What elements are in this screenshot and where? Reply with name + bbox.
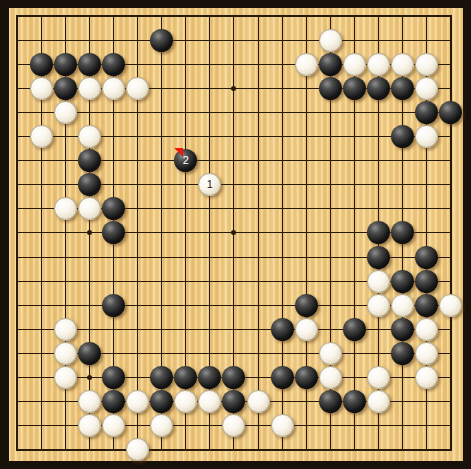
- stone-white[interactable]: [126, 438, 149, 461]
- stone-white[interactable]: [54, 342, 77, 365]
- stone-white[interactable]: [415, 53, 438, 76]
- stone-black[interactable]: [343, 390, 366, 413]
- stone-black[interactable]: [78, 342, 101, 365]
- last-move-marker-icon: [174, 148, 183, 157]
- stone-black[interactable]: [319, 390, 342, 413]
- stone-black[interactable]: [391, 270, 414, 293]
- stone-black[interactable]: [54, 53, 77, 76]
- stone-black[interactable]: [78, 53, 101, 76]
- stone-white[interactable]: [30, 77, 53, 100]
- stone-black[interactable]: [415, 294, 438, 317]
- stone-white[interactable]: [295, 53, 318, 76]
- stone-black[interactable]: [319, 53, 342, 76]
- goban[interactable]: 21: [9, 8, 463, 461]
- stone-white[interactable]: [102, 77, 125, 100]
- stone-white[interactable]: [319, 29, 342, 52]
- stone-white[interactable]: [54, 101, 77, 124]
- stone-white[interactable]: [367, 53, 390, 76]
- stone-white[interactable]: [391, 53, 414, 76]
- stone-white[interactable]: [271, 414, 294, 437]
- stone-black[interactable]: [391, 125, 414, 148]
- stone-white[interactable]: [126, 77, 149, 100]
- stone-black[interactable]: [367, 77, 390, 100]
- stone-black[interactable]: [391, 318, 414, 341]
- stone-white[interactable]: [54, 197, 77, 220]
- stone-black[interactable]: [367, 246, 390, 269]
- stone-white[interactable]: [415, 77, 438, 100]
- stone-white[interactable]: [247, 390, 270, 413]
- stone-white[interactable]: [319, 342, 342, 365]
- stone-black[interactable]: [102, 294, 125, 317]
- stone-white[interactable]: [78, 197, 101, 220]
- stone-black[interactable]: [150, 29, 173, 52]
- stone-black[interactable]: [343, 318, 366, 341]
- stone-black[interactable]: [415, 246, 438, 269]
- stone-white[interactable]: [367, 294, 390, 317]
- stone-black[interactable]: [439, 101, 462, 124]
- stone-white[interactable]: [415, 318, 438, 341]
- stone-black[interactable]: [343, 77, 366, 100]
- stone-white[interactable]: [415, 342, 438, 365]
- stone-white[interactable]: [319, 366, 342, 389]
- stone-white[interactable]: [30, 125, 53, 148]
- move-number-label: 2: [183, 155, 189, 166]
- stone-black[interactable]: [415, 270, 438, 293]
- stone-black[interactable]: [295, 366, 318, 389]
- stone-white[interactable]: [78, 125, 101, 148]
- stone-white[interactable]: [126, 390, 149, 413]
- stone-black[interactable]: [391, 77, 414, 100]
- stone-white[interactable]: [78, 414, 101, 437]
- stone-white[interactable]: [367, 390, 390, 413]
- stone-black[interactable]: [102, 390, 125, 413]
- stone-white[interactable]: [391, 294, 414, 317]
- stone-white[interactable]: [54, 318, 77, 341]
- stone-black[interactable]: [54, 77, 77, 100]
- stone-black[interactable]: [271, 366, 294, 389]
- stone-black[interactable]: [30, 53, 53, 76]
- stone-black[interactable]: [319, 77, 342, 100]
- grid-line-horizontal: [17, 329, 451, 330]
- stone-white[interactable]: [54, 366, 77, 389]
- stone-white[interactable]: [78, 77, 101, 100]
- move-number-label: 1: [207, 179, 213, 190]
- stone-white[interactable]: [367, 270, 390, 293]
- go-game-screenshot: 21: [0, 0, 471, 469]
- stone-black[interactable]: [102, 366, 125, 389]
- star-point: [87, 375, 92, 380]
- stone-black[interactable]: [391, 342, 414, 365]
- stone-black[interactable]: [415, 101, 438, 124]
- stone-black[interactable]: [78, 173, 101, 196]
- stone-white[interactable]: [439, 294, 462, 317]
- stone-white[interactable]: [78, 390, 101, 413]
- stone-black[interactable]: [150, 366, 173, 389]
- stone-black[interactable]: [271, 318, 294, 341]
- stone-white[interactable]: [367, 366, 390, 389]
- stone-black[interactable]: [102, 53, 125, 76]
- stone-white[interactable]: [343, 53, 366, 76]
- grid-line-vertical: [258, 16, 259, 450]
- stone-black[interactable]: [295, 294, 318, 317]
- stone-white[interactable]: [102, 414, 125, 437]
- stone-black[interactable]: [78, 149, 101, 172]
- stone-white[interactable]: [295, 318, 318, 341]
